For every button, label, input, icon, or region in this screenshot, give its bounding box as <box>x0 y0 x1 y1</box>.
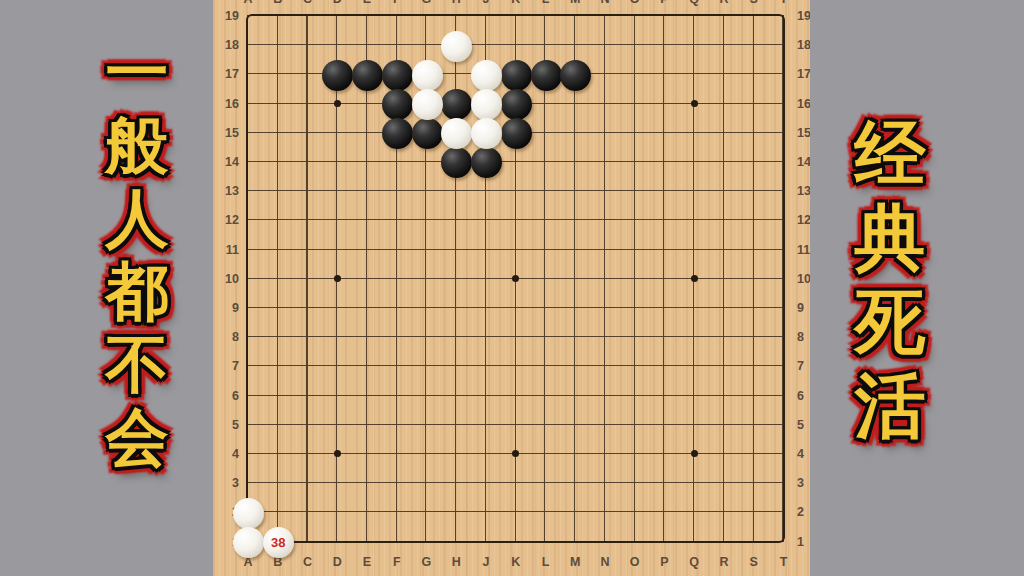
stone-black-E17 <box>352 60 383 91</box>
row-label-right-3: 3 <box>797 476 810 490</box>
row-label-right-15: 15 <box>797 126 810 140</box>
caption-char: 一 <box>106 36 169 109</box>
col-label-bottom-S: S <box>739 554 769 570</box>
caption-char: 般 <box>106 109 169 182</box>
col-label-bottom-J: J <box>471 554 501 570</box>
stone-white-A1 <box>233 527 264 558</box>
col-label-bottom-D: D <box>322 554 352 570</box>
row-label-right-9: 9 <box>797 301 810 315</box>
stone-white-J16 <box>471 89 502 120</box>
star-point <box>691 450 698 457</box>
stone-black-F16 <box>382 89 413 120</box>
move-number-label: 38 <box>271 536 285 549</box>
row-label-right-11: 11 <box>797 243 810 257</box>
stone-black-D17 <box>322 60 353 91</box>
row-label-right-13: 13 <box>797 184 810 198</box>
col-label-bottom-G: G <box>412 554 442 570</box>
bottom-column-labels: ABCDEFGHJKLMNOPQRST <box>233 554 798 570</box>
star-point <box>334 450 341 457</box>
col-label-bottom-L: L <box>531 554 561 570</box>
row-label-right-7: 7 <box>797 359 810 373</box>
stone-white-H18 <box>441 31 472 62</box>
col-label-bottom-Q: Q <box>679 554 709 570</box>
stone-black-K17 <box>501 60 532 91</box>
caption-char: 典 <box>855 196 926 280</box>
stone-white-G16 <box>412 89 443 120</box>
row-label-right-10: 10 <box>797 272 810 286</box>
go-board[interactable]: ABCDEFGHJKLMNOPQRST ABCDEFGHJKLMNOPQRST … <box>213 0 810 576</box>
caption-char: 会 <box>106 401 169 474</box>
stone-black-M17 <box>560 60 591 91</box>
star-point <box>691 275 698 282</box>
row-label-right-5: 5 <box>797 418 810 432</box>
star-point <box>334 275 341 282</box>
star-point <box>691 100 698 107</box>
caption-char: 经 <box>855 112 926 196</box>
col-label-bottom-R: R <box>709 554 739 570</box>
go-problem-screenshot: { "game": "go", "board_size": 19, "posit… <box>0 0 1024 576</box>
caption-char: 死 <box>855 280 926 364</box>
caption-char: 都 <box>106 255 169 328</box>
col-label-bottom-N: N <box>590 554 620 570</box>
star-point <box>334 100 341 107</box>
stone-white-B1: 38 <box>263 527 294 558</box>
row-label-right-12: 12 <box>797 213 810 227</box>
row-label-right-1: 1 <box>797 535 810 549</box>
caption-char: 活 <box>855 364 926 448</box>
stone-black-L17 <box>531 60 562 91</box>
col-label-bottom-T: T <box>769 554 799 570</box>
row-label-right-6: 6 <box>797 389 810 403</box>
caption-char: 人 <box>106 182 169 255</box>
row-label-right-4: 4 <box>797 447 810 461</box>
stone-black-F17 <box>382 60 413 91</box>
stone-white-G17 <box>412 60 443 91</box>
row-label-right-2: 2 <box>797 505 810 519</box>
col-label-bottom-H: H <box>441 554 471 570</box>
col-label-bottom-O: O <box>620 554 650 570</box>
stone-black-K15 <box>501 118 532 149</box>
col-label-bottom-P: P <box>650 554 680 570</box>
right-caption: 经典死活 <box>848 112 932 448</box>
row-label-right-8: 8 <box>797 330 810 344</box>
row-label-right-14: 14 <box>797 155 810 169</box>
stone-white-A2 <box>233 498 264 529</box>
left-caption: 一般人都不会 <box>97 36 177 474</box>
stone-black-G15 <box>412 118 443 149</box>
row-label-right-18: 18 <box>797 38 810 52</box>
row-label-right-16: 16 <box>797 97 810 111</box>
stone-white-J17 <box>471 60 502 91</box>
stone-black-K16 <box>501 89 532 120</box>
col-label-bottom-F: F <box>382 554 412 570</box>
col-label-bottom-C: C <box>293 554 323 570</box>
caption-char: 不 <box>106 328 169 401</box>
col-label-bottom-K: K <box>501 554 531 570</box>
board-grid[interactable]: 38 <box>233 1 798 556</box>
stone-black-F15 <box>382 118 413 149</box>
col-label-bottom-E: E <box>352 554 382 570</box>
row-label-right-19: 19 <box>797 9 810 23</box>
row-label-right-17: 17 <box>797 67 810 81</box>
col-label-bottom-M: M <box>560 554 590 570</box>
